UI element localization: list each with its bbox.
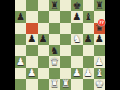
square-a1[interactable] xyxy=(15,79,26,90)
square-e6[interactable] xyxy=(60,23,71,34)
square-b8[interactable] xyxy=(26,0,37,11)
square-h8[interactable]: ♜ xyxy=(94,0,105,11)
piece-black-pawn[interactable]: ♟ xyxy=(71,11,82,22)
square-f6[interactable] xyxy=(71,23,82,34)
piece-white-king[interactable]: ♚ xyxy=(94,79,105,90)
square-a7[interactable]: ♟ xyxy=(15,11,26,22)
piece-black-pawn[interactable]: ♟ xyxy=(26,34,37,45)
square-f7[interactable]: ♟ xyxy=(71,11,82,22)
square-f8[interactable]: ♚ xyxy=(71,0,82,11)
square-f1[interactable] xyxy=(71,79,82,90)
square-g3[interactable] xyxy=(83,56,94,67)
square-a3[interactable]: ♟ xyxy=(15,56,26,67)
square-c7[interactable] xyxy=(38,11,49,22)
square-d6[interactable] xyxy=(49,23,60,34)
square-b6[interactable] xyxy=(26,23,37,34)
piece-black-king[interactable]: ♚ xyxy=(71,0,82,11)
square-a8[interactable] xyxy=(15,0,26,11)
square-a5[interactable] xyxy=(15,34,26,45)
square-g1[interactable] xyxy=(83,79,94,90)
square-b4[interactable] xyxy=(26,45,37,56)
square-d4[interactable]: ♞ xyxy=(49,45,60,56)
square-f5[interactable]: ♞ xyxy=(71,34,82,45)
square-d3[interactable]: ♛ xyxy=(49,56,60,67)
piece-black-knight[interactable]: ♞ xyxy=(49,45,60,56)
piece-white-pawn[interactable]: ♟ xyxy=(71,68,82,79)
piece-white-pawn[interactable]: ♟ xyxy=(26,68,37,79)
piece-white-rook[interactable]: ♜ xyxy=(49,79,60,90)
piece-black-pawn[interactable]: ♟ xyxy=(38,34,49,45)
blunder-badge: ?? xyxy=(98,19,105,26)
square-d7[interactable] xyxy=(49,11,60,22)
square-a4[interactable] xyxy=(15,45,26,56)
piece-black-rook[interactable]: ♜ xyxy=(94,0,105,11)
square-d8[interactable]: ♜ xyxy=(49,0,60,11)
square-e2[interactable] xyxy=(60,68,71,79)
square-c1[interactable] xyxy=(38,79,49,90)
square-g4[interactable] xyxy=(83,45,94,56)
square-d5[interactable] xyxy=(49,34,60,45)
piece-black-pawn[interactable]: ♟ xyxy=(94,34,105,45)
square-h5[interactable]: ♟ xyxy=(94,34,105,45)
left-black-bar xyxy=(0,0,15,90)
square-c2[interactable] xyxy=(38,68,49,79)
square-b3[interactable] xyxy=(26,56,37,67)
square-g8[interactable] xyxy=(83,0,94,11)
piece-black-pawn[interactable]: ♟ xyxy=(15,11,26,22)
square-b1[interactable] xyxy=(26,79,37,90)
square-d2[interactable] xyxy=(49,68,60,79)
square-e5[interactable] xyxy=(60,34,71,45)
square-f2[interactable]: ♟ xyxy=(71,68,82,79)
square-c4[interactable] xyxy=(38,45,49,56)
piece-white-rook[interactable]: ♜ xyxy=(60,79,71,90)
piece-black-pawn[interactable]: ♟ xyxy=(83,34,94,45)
square-b5[interactable]: ♟ xyxy=(26,34,37,45)
square-b7[interactable] xyxy=(26,11,37,22)
piece-black-rook[interactable]: ♜ xyxy=(49,0,60,11)
square-f3[interactable] xyxy=(71,56,82,67)
piece-white-bishop[interactable]: ♝ xyxy=(94,68,105,79)
square-f4[interactable] xyxy=(71,45,82,56)
square-c5[interactable]: ♟ xyxy=(38,34,49,45)
square-e4[interactable] xyxy=(60,45,71,56)
square-a2[interactable] xyxy=(15,68,26,79)
piece-white-pawn[interactable]: ♟ xyxy=(94,56,105,67)
square-g2[interactable]: ♟ xyxy=(83,68,94,79)
square-d1[interactable]: ♜ xyxy=(49,79,60,90)
square-h1[interactable]: ♚ xyxy=(94,79,105,90)
square-c3[interactable] xyxy=(38,56,49,67)
square-a6[interactable] xyxy=(15,23,26,34)
square-e7[interactable] xyxy=(60,11,71,22)
square-g5[interactable]: ♟ xyxy=(83,34,94,45)
square-e1[interactable]: ♜ xyxy=(60,79,71,90)
square-h4[interactable] xyxy=(94,45,105,56)
square-b2[interactable]: ♟ xyxy=(26,68,37,79)
square-g6[interactable] xyxy=(83,23,94,34)
square-h2[interactable]: ♝ xyxy=(94,68,105,79)
piece-white-pawn[interactable]: ♟ xyxy=(15,56,26,67)
piece-white-pawn[interactable]: ♟ xyxy=(83,68,94,79)
square-c6[interactable] xyxy=(38,23,49,34)
square-e3[interactable] xyxy=(60,56,71,67)
square-c8[interactable] xyxy=(38,0,49,11)
piece-black-bishop[interactable]: ♝ xyxy=(83,11,94,22)
piece-white-queen[interactable]: ♛ xyxy=(49,56,60,67)
square-g7[interactable]: ♝ xyxy=(83,11,94,22)
chess-board[interactable]: ♜♚♜♟♟♝♛♟♟♞♟♟♞♟♛♟♟♟♟♝♜♜♚?? xyxy=(15,0,105,90)
square-h3[interactable]: ♟ xyxy=(94,56,105,67)
piece-white-knight[interactable]: ♞ xyxy=(71,34,82,45)
square-e8[interactable] xyxy=(60,0,71,11)
right-black-bar xyxy=(105,0,120,90)
